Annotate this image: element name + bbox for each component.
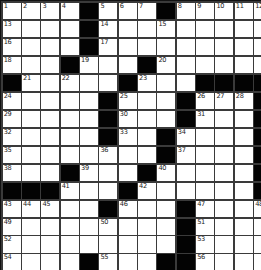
grid-cell[interactable]: 20 bbox=[157, 57, 175, 73]
clue-number: 55 bbox=[100, 254, 108, 261]
grid-cell[interactable]: 53 bbox=[196, 236, 214, 252]
grid-cell[interactable]: 54 bbox=[3, 254, 21, 270]
grid-cell[interactable]: 13 bbox=[3, 21, 21, 37]
grid-cell[interactable]: 4 bbox=[61, 3, 79, 19]
grid-cell[interactable] bbox=[61, 93, 79, 109]
grid-cell[interactable]: 48 bbox=[254, 201, 261, 217]
black-cell bbox=[119, 75, 137, 91]
grid-cell[interactable]: 3 bbox=[41, 3, 59, 19]
grid-cell[interactable]: 12 bbox=[254, 3, 261, 19]
clue-number: 18 bbox=[4, 57, 12, 64]
grid-cell[interactable] bbox=[235, 39, 253, 55]
clue-number: 34 bbox=[178, 129, 186, 136]
grid-cell[interactable] bbox=[22, 57, 40, 73]
grid-cell[interactable] bbox=[157, 75, 175, 91]
grid-cell[interactable] bbox=[235, 57, 253, 73]
clue-number: 22 bbox=[62, 75, 70, 82]
black-cell bbox=[99, 129, 117, 145]
grid-cell[interactable] bbox=[235, 201, 253, 217]
clue-number: 44 bbox=[23, 201, 31, 208]
black-cell bbox=[41, 183, 59, 199]
grid-cell[interactable] bbox=[215, 147, 233, 163]
grid-cell[interactable] bbox=[61, 21, 79, 37]
grid-cell[interactable] bbox=[138, 147, 156, 163]
grid-cell[interactable] bbox=[80, 219, 98, 235]
grid-cell[interactable] bbox=[177, 57, 195, 73]
grid-cell[interactable] bbox=[196, 165, 214, 181]
grid-cell[interactable] bbox=[235, 254, 253, 270]
grid-cell[interactable] bbox=[22, 93, 40, 109]
black-cell bbox=[157, 147, 175, 163]
grid-cell[interactable] bbox=[41, 219, 59, 235]
grid-cell[interactable] bbox=[41, 57, 59, 73]
grid-cell[interactable]: 39 bbox=[80, 165, 98, 181]
grid-cell[interactable] bbox=[119, 39, 137, 55]
grid-cell[interactable] bbox=[138, 254, 156, 270]
grid-cell[interactable] bbox=[215, 129, 233, 145]
grid-cell[interactable] bbox=[22, 254, 40, 270]
grid-cell[interactable] bbox=[196, 147, 214, 163]
grid-cell[interactable] bbox=[41, 147, 59, 163]
grid-cell[interactable]: 56 bbox=[196, 254, 214, 270]
black-cell bbox=[3, 75, 21, 91]
grid-cell[interactable]: 30 bbox=[119, 111, 137, 127]
grid-cell[interactable] bbox=[80, 129, 98, 145]
black-cell bbox=[138, 165, 156, 181]
grid-cell[interactable]: 25 bbox=[119, 93, 137, 109]
grid-cell[interactable] bbox=[80, 111, 98, 127]
grid-cell[interactable] bbox=[196, 129, 214, 145]
black-cell bbox=[157, 129, 175, 145]
grid-cell[interactable] bbox=[119, 254, 137, 270]
grid-cell[interactable] bbox=[254, 57, 261, 73]
grid-cell[interactable] bbox=[41, 254, 59, 270]
grid-cell[interactable]: 40 bbox=[157, 165, 175, 181]
grid-cell[interactable]: 22 bbox=[61, 75, 79, 91]
black-cell bbox=[177, 111, 195, 127]
grid-cell[interactable]: 16 bbox=[3, 39, 21, 55]
grid-cell[interactable] bbox=[235, 236, 253, 252]
grid-cell[interactable]: 21 bbox=[22, 75, 40, 91]
grid-cell[interactable] bbox=[119, 219, 137, 235]
black-cell bbox=[157, 3, 175, 19]
grid-cell[interactable] bbox=[196, 39, 214, 55]
clue-number: 39 bbox=[81, 165, 89, 172]
clue-number: 51 bbox=[197, 219, 205, 226]
black-cell bbox=[3, 183, 21, 199]
grid-cell[interactable] bbox=[99, 57, 117, 73]
grid-cell[interactable] bbox=[235, 147, 253, 163]
black-cell bbox=[99, 111, 117, 127]
clue-number: 20 bbox=[158, 57, 166, 64]
clue-number: 17 bbox=[100, 39, 108, 46]
grid-cell[interactable] bbox=[119, 147, 137, 163]
grid-cell[interactable]: 46 bbox=[119, 201, 137, 217]
black-cell bbox=[80, 21, 98, 37]
grid-cell[interactable] bbox=[196, 57, 214, 73]
clue-number: 15 bbox=[158, 21, 166, 28]
grid-cell[interactable] bbox=[61, 219, 79, 235]
grid-cell[interactable] bbox=[41, 165, 59, 181]
clue-number: 35 bbox=[4, 147, 12, 154]
grid-cell[interactable]: 1 bbox=[3, 3, 21, 19]
grid-cell[interactable]: 52 bbox=[3, 236, 21, 252]
black-cell bbox=[80, 3, 98, 19]
black-cell bbox=[80, 39, 98, 55]
grid-cell[interactable] bbox=[215, 201, 233, 217]
black-cell bbox=[177, 254, 195, 270]
grid-cell[interactable] bbox=[119, 236, 137, 252]
grid-cell[interactable]: 28 bbox=[235, 93, 253, 109]
grid-cell[interactable] bbox=[61, 111, 79, 127]
clue-number: 31 bbox=[197, 111, 205, 118]
grid-cell[interactable]: 10 bbox=[215, 3, 233, 19]
grid-cell[interactable] bbox=[235, 219, 253, 235]
grid-cell[interactable] bbox=[215, 183, 233, 199]
black-cell bbox=[80, 254, 98, 270]
clue-number: 25 bbox=[120, 93, 128, 100]
grid-cell[interactable]: 36 bbox=[99, 147, 117, 163]
grid-cell[interactable] bbox=[235, 111, 253, 127]
grid-cell[interactable] bbox=[22, 39, 40, 55]
grid-cell[interactable] bbox=[215, 219, 233, 235]
grid-cell[interactable]: 35 bbox=[3, 147, 21, 163]
grid-cell[interactable] bbox=[215, 236, 233, 252]
grid-cell[interactable]: 50 bbox=[99, 219, 117, 235]
grid-cell[interactable] bbox=[157, 236, 175, 252]
grid-cell[interactable] bbox=[22, 147, 40, 163]
grid-cell[interactable] bbox=[80, 201, 98, 217]
clue-number: 46 bbox=[120, 201, 128, 208]
clue-number: 3 bbox=[42, 3, 46, 10]
grid-cell[interactable] bbox=[138, 111, 156, 127]
grid-cell[interactable]: 8 bbox=[177, 3, 195, 19]
grid-cell[interactable] bbox=[235, 165, 253, 181]
grid-cell[interactable]: 5 bbox=[99, 3, 117, 19]
grid-cell[interactable] bbox=[157, 219, 175, 235]
grid-cell[interactable]: 45 bbox=[41, 201, 59, 217]
clue-number: 32 bbox=[4, 129, 12, 136]
grid-cell[interactable]: 33 bbox=[119, 129, 137, 145]
grid-cell[interactable]: 17 bbox=[99, 39, 117, 55]
black-cell bbox=[177, 219, 195, 235]
grid-cell[interactable] bbox=[41, 111, 59, 127]
black-cell bbox=[99, 93, 117, 109]
grid-cell[interactable]: 23 bbox=[138, 75, 156, 91]
black-cell bbox=[254, 183, 261, 199]
grid-cell[interactable] bbox=[61, 39, 79, 55]
black-cell bbox=[254, 111, 261, 127]
grid-cell[interactable] bbox=[41, 236, 59, 252]
black-cell bbox=[138, 57, 156, 73]
clue-number: 43 bbox=[4, 201, 12, 208]
grid-cell[interactable]: 47 bbox=[196, 201, 214, 217]
grid-cell[interactable] bbox=[119, 21, 137, 37]
grid-cell[interactable] bbox=[22, 129, 40, 145]
grid-cell[interactable] bbox=[235, 21, 253, 37]
clue-number: 50 bbox=[100, 219, 108, 226]
grid-cell[interactable]: 9 bbox=[196, 3, 214, 19]
grid-cell[interactable] bbox=[61, 147, 79, 163]
grid-cell[interactable]: 51 bbox=[196, 219, 214, 235]
grid-cell[interactable] bbox=[196, 183, 214, 199]
clue-number: 8 bbox=[178, 3, 182, 10]
grid-cell[interactable] bbox=[22, 165, 40, 181]
grid-cell[interactable]: 11 bbox=[235, 3, 253, 19]
grid-cell[interactable] bbox=[138, 39, 156, 55]
grid-cell[interactable] bbox=[177, 183, 195, 199]
grid-cell[interactable] bbox=[61, 201, 79, 217]
grid-cell[interactable]: 42 bbox=[138, 183, 156, 199]
clue-number: 48 bbox=[255, 201, 261, 208]
grid-cell[interactable] bbox=[138, 236, 156, 252]
grid-cell[interactable] bbox=[254, 219, 261, 235]
black-cell bbox=[22, 183, 40, 199]
grid-cell[interactable] bbox=[235, 129, 253, 145]
grid-cell[interactable] bbox=[41, 129, 59, 145]
black-cell bbox=[254, 75, 261, 91]
clue-number: 7 bbox=[139, 3, 143, 10]
clue-number: 14 bbox=[100, 21, 108, 28]
grid-cell[interactable]: 26 bbox=[196, 93, 214, 109]
clue-number: 36 bbox=[100, 147, 108, 154]
grid-cell[interactable] bbox=[157, 93, 175, 109]
clue-number: 19 bbox=[81, 57, 89, 64]
grid-cell[interactable] bbox=[99, 183, 117, 199]
grid-cell[interactable] bbox=[196, 21, 214, 37]
grid-cell[interactable] bbox=[80, 93, 98, 109]
crossword-board: 1234567891011121314151617181920212223242… bbox=[0, 0, 261, 270]
clue-number: 9 bbox=[197, 3, 201, 10]
black-cell bbox=[119, 183, 137, 199]
clue-number: 41 bbox=[62, 183, 70, 190]
grid-cell[interactable] bbox=[80, 236, 98, 252]
black-cell bbox=[177, 236, 195, 252]
clue-number: 33 bbox=[120, 129, 128, 136]
grid-cell[interactable]: 41 bbox=[61, 183, 79, 199]
grid-cell[interactable] bbox=[215, 254, 233, 270]
grid-cell[interactable] bbox=[22, 111, 40, 127]
grid-cell[interactable] bbox=[80, 183, 98, 199]
grid-cell[interactable] bbox=[177, 21, 195, 37]
grid-cell[interactable] bbox=[177, 165, 195, 181]
grid-cell[interactable]: 6 bbox=[119, 3, 137, 19]
black-cell bbox=[254, 147, 261, 163]
clue-number: 24 bbox=[4, 93, 12, 100]
grid-cell[interactable] bbox=[138, 201, 156, 217]
clue-number: 5 bbox=[100, 3, 104, 10]
grid-cell[interactable]: 32 bbox=[3, 129, 21, 145]
black-cell bbox=[99, 201, 117, 217]
black-cell bbox=[254, 129, 261, 145]
clue-number: 23 bbox=[139, 75, 147, 82]
grid-cell[interactable] bbox=[22, 219, 40, 235]
grid-cell[interactable]: 19 bbox=[80, 57, 98, 73]
grid-cell[interactable] bbox=[177, 39, 195, 55]
clue-number: 6 bbox=[120, 3, 124, 10]
grid-cell[interactable]: 55 bbox=[99, 254, 117, 270]
clue-number: 40 bbox=[158, 165, 166, 172]
grid-cell[interactable] bbox=[80, 75, 98, 91]
grid-cell[interactable] bbox=[157, 201, 175, 217]
clue-number: 28 bbox=[236, 93, 244, 100]
grid-cell[interactable] bbox=[61, 129, 79, 145]
grid-cell[interactable]: 27 bbox=[215, 93, 233, 109]
grid-cell[interactable] bbox=[157, 39, 175, 55]
grid-cell[interactable]: 38 bbox=[3, 165, 21, 181]
black-cell bbox=[177, 93, 195, 109]
crossword-puzzle: 1234567891011121314151617181920212223242… bbox=[0, 0, 261, 270]
grid-cell[interactable] bbox=[177, 75, 195, 91]
clue-number: 12 bbox=[255, 3, 261, 10]
grid-cell[interactable] bbox=[254, 254, 261, 270]
grid-cell[interactable] bbox=[41, 75, 59, 91]
clue-number: 38 bbox=[4, 165, 12, 172]
grid-cell[interactable] bbox=[22, 236, 40, 252]
grid-cell[interactable] bbox=[157, 183, 175, 199]
grid-cell[interactable] bbox=[215, 57, 233, 73]
clue-number: 52 bbox=[4, 236, 12, 243]
grid-cell[interactable] bbox=[138, 129, 156, 145]
grid-cell[interactable] bbox=[215, 21, 233, 37]
grid-cell[interactable] bbox=[235, 183, 253, 199]
clue-number: 47 bbox=[197, 201, 205, 208]
clue-number: 54 bbox=[4, 254, 12, 261]
clue-number: 37 bbox=[178, 147, 186, 154]
grid-cell[interactable]: 14 bbox=[99, 21, 117, 37]
grid-cell[interactable] bbox=[41, 39, 59, 55]
clue-number: 49 bbox=[4, 219, 12, 226]
black-cell bbox=[157, 254, 175, 270]
clue-number: 2 bbox=[23, 3, 27, 10]
clue-number: 13 bbox=[4, 21, 12, 28]
black-cell bbox=[61, 57, 79, 73]
clue-number: 29 bbox=[4, 111, 12, 118]
clue-number: 30 bbox=[120, 111, 128, 118]
grid-cell[interactable] bbox=[41, 93, 59, 109]
black-cell bbox=[254, 93, 261, 109]
grid-cell[interactable] bbox=[138, 21, 156, 37]
clue-number: 10 bbox=[216, 3, 224, 10]
clue-number: 21 bbox=[23, 75, 31, 82]
clue-number: 56 bbox=[197, 254, 205, 261]
grid-cell[interactable]: 31 bbox=[196, 111, 214, 127]
grid-cell[interactable] bbox=[99, 75, 117, 91]
clue-number: 45 bbox=[42, 201, 50, 208]
grid-cell[interactable] bbox=[215, 111, 233, 127]
black-cell bbox=[61, 165, 79, 181]
grid-cell[interactable] bbox=[215, 165, 233, 181]
grid-cell[interactable] bbox=[215, 39, 233, 55]
clue-number: 27 bbox=[216, 93, 224, 100]
grid-cell[interactable]: 34 bbox=[177, 129, 195, 145]
clue-number: 16 bbox=[4, 39, 12, 46]
grid-cell[interactable] bbox=[61, 254, 79, 270]
grid-cell[interactable] bbox=[138, 93, 156, 109]
grid-cell[interactable] bbox=[138, 219, 156, 235]
grid-cell[interactable] bbox=[119, 57, 137, 73]
grid-cell[interactable] bbox=[99, 236, 117, 252]
grid-cell[interactable]: 2 bbox=[22, 3, 40, 19]
black-cell bbox=[215, 75, 233, 91]
grid-cell[interactable] bbox=[157, 111, 175, 127]
clue-number: 42 bbox=[139, 183, 147, 190]
clue-number: 1 bbox=[4, 3, 8, 10]
grid-cell[interactable] bbox=[254, 21, 261, 37]
grid-cell[interactable]: 43 bbox=[3, 201, 21, 217]
clue-number: 11 bbox=[236, 3, 244, 10]
grid-cell[interactable] bbox=[41, 21, 59, 37]
grid-cell[interactable] bbox=[254, 236, 261, 252]
grid-cell[interactable]: 24 bbox=[3, 93, 21, 109]
grid-cell[interactable] bbox=[22, 21, 40, 37]
grid-cell[interactable]: 15 bbox=[157, 21, 175, 37]
grid-cell[interactable] bbox=[80, 147, 98, 163]
black-cell bbox=[235, 75, 253, 91]
black-cell bbox=[254, 165, 261, 181]
black-cell bbox=[177, 201, 195, 217]
grid-cell[interactable] bbox=[119, 165, 137, 181]
grid-cell[interactable]: 18 bbox=[3, 57, 21, 73]
grid-cell[interactable]: 49 bbox=[3, 219, 21, 235]
clue-number: 26 bbox=[197, 93, 205, 100]
clue-number: 53 bbox=[197, 236, 205, 243]
grid-cell[interactable] bbox=[99, 165, 117, 181]
grid-cell[interactable]: 7 bbox=[138, 3, 156, 19]
clue-number: 4 bbox=[62, 3, 66, 10]
grid-cell[interactable] bbox=[61, 236, 79, 252]
grid-cell[interactable]: 44 bbox=[22, 201, 40, 217]
black-cell bbox=[196, 75, 214, 91]
grid-cell[interactable] bbox=[254, 39, 261, 55]
grid-cell[interactable]: 29 bbox=[3, 111, 21, 127]
grid-cell[interactable]: 37 bbox=[177, 147, 195, 163]
